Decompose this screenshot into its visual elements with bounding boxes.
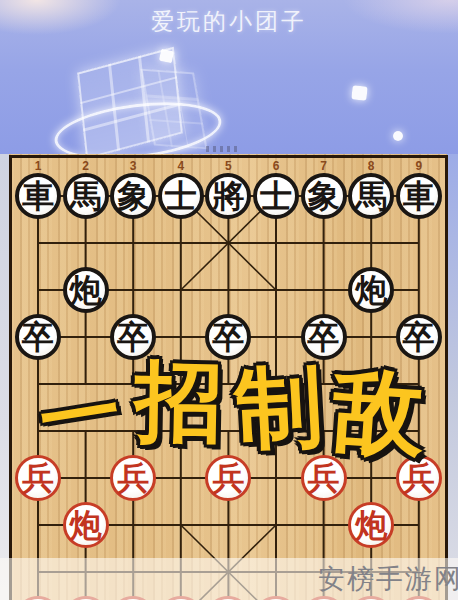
floating-dot-particle xyxy=(393,131,403,141)
glowing-cube-illustration xyxy=(52,58,242,156)
piece-black-elephant[interactable]: 象 xyxy=(110,173,156,219)
watermark: 安榜手游网 xyxy=(318,561,458,597)
piece-red-soldier[interactable]: 兵 xyxy=(15,455,61,501)
piece-red-soldier[interactable]: 兵 xyxy=(110,455,156,501)
floating-cube-particle xyxy=(351,85,367,100)
screenshot-root: 爱玩的小团子 123456789 車馬象士將士象馬車炮炮卒卒卒卒卒兵兵兵兵兵炮炮… xyxy=(0,0,458,600)
piece-black-soldier[interactable]: 卒 xyxy=(301,314,347,360)
piece-black-soldier[interactable]: 卒 xyxy=(15,314,61,360)
piece-black-cannon[interactable]: 炮 xyxy=(348,267,394,313)
piece-black-soldier[interactable]: 卒 xyxy=(110,314,156,360)
piece-red-cannon[interactable]: 炮 xyxy=(63,502,109,548)
board-right-margin xyxy=(447,154,458,600)
piece-black-horse[interactable]: 馬 xyxy=(348,173,394,219)
piece-black-chariot[interactable]: 車 xyxy=(15,173,61,219)
watermark-band: 安榜手游网 xyxy=(0,558,458,600)
top-banner: 爱玩的小团子 xyxy=(0,0,458,156)
piece-red-cannon[interactable]: 炮 xyxy=(348,502,394,548)
piece-black-soldier[interactable]: 卒 xyxy=(396,314,442,360)
piece-black-elephant[interactable]: 象 xyxy=(301,173,347,219)
piece-black-advisor[interactable]: 士 xyxy=(158,173,204,219)
piece-black-cannon[interactable]: 炮 xyxy=(63,267,109,313)
floating-cube-particle xyxy=(159,49,174,63)
piece-red-soldier[interactable]: 兵 xyxy=(396,455,442,501)
artifact-smudge xyxy=(206,146,240,152)
piece-black-horse[interactable]: 馬 xyxy=(63,173,109,219)
piece-red-soldier[interactable]: 兵 xyxy=(301,455,347,501)
piece-black-advisor[interactable]: 士 xyxy=(253,173,299,219)
piece-black-chariot[interactable]: 車 xyxy=(396,173,442,219)
page-title: 爱玩的小团子 xyxy=(0,6,458,37)
board-left-margin xyxy=(0,154,9,600)
